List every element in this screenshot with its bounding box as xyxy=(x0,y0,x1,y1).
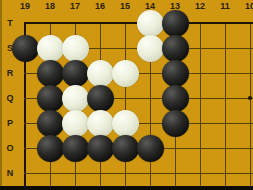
bottom-edge-strip xyxy=(0,186,253,190)
go-app-screenshot: 19181716151413121110TSRQPON xyxy=(0,0,253,190)
black-stone-P13[interactable] xyxy=(162,110,189,137)
black-stone-S19[interactable] xyxy=(12,35,39,62)
white-stone-P15[interactable] xyxy=(112,110,139,137)
black-stone-Q18[interactable] xyxy=(37,85,64,112)
grid-line-horizontal-N xyxy=(24,173,253,174)
black-stone-R18[interactable] xyxy=(37,60,64,87)
column-label-11: 11 xyxy=(214,1,236,12)
column-label-16: 16 xyxy=(89,1,111,12)
black-stone-Q16[interactable] xyxy=(87,85,114,112)
black-stone-O14[interactable] xyxy=(137,135,164,162)
column-label-18: 18 xyxy=(39,1,61,12)
white-stone-P16[interactable] xyxy=(87,110,114,137)
white-stone-R15[interactable] xyxy=(112,60,139,87)
black-stone-Q13[interactable] xyxy=(162,85,189,112)
row-label-P: P xyxy=(2,118,18,129)
black-stone-P18[interactable] xyxy=(37,110,64,137)
row-label-N: N xyxy=(2,168,18,179)
go-board[interactable]: 19181716151413121110TSRQPON xyxy=(0,0,253,190)
black-stone-O15[interactable] xyxy=(112,135,139,162)
white-stone-R16[interactable] xyxy=(87,60,114,87)
white-stone-T14[interactable] xyxy=(137,10,164,37)
black-stone-O18[interactable] xyxy=(37,135,64,162)
star-point-Q10 xyxy=(248,96,252,100)
black-stone-R17[interactable] xyxy=(62,60,89,87)
black-stone-O16[interactable] xyxy=(87,135,114,162)
white-stone-Q17[interactable] xyxy=(62,85,89,112)
row-label-O: O xyxy=(2,143,18,154)
white-stone-S17[interactable] xyxy=(62,35,89,62)
row-label-Q: Q xyxy=(2,93,18,104)
black-stone-O17[interactable] xyxy=(62,135,89,162)
column-label-10: 10 xyxy=(239,1,253,12)
column-label-15: 15 xyxy=(114,1,136,12)
column-label-17: 17 xyxy=(64,1,86,12)
row-label-T: T xyxy=(2,18,18,29)
column-label-12: 12 xyxy=(189,1,211,12)
white-stone-S18[interactable] xyxy=(37,35,64,62)
row-label-R: R xyxy=(2,68,18,79)
white-stone-P17[interactable] xyxy=(62,110,89,137)
white-stone-S14[interactable] xyxy=(137,35,164,62)
column-label-19: 19 xyxy=(14,1,36,12)
black-stone-R13[interactable] xyxy=(162,60,189,87)
black-stone-T13[interactable] xyxy=(162,10,189,37)
black-stone-S13[interactable] xyxy=(162,35,189,62)
